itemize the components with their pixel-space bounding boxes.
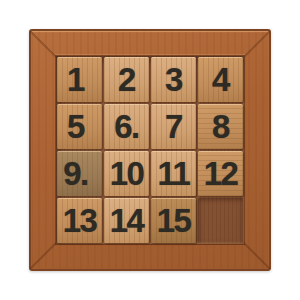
- tile-1-label: 1: [67, 61, 84, 99]
- tile-10[interactable]: 10: [104, 151, 149, 196]
- tile-9[interactable]: 9.: [57, 151, 102, 196]
- frame-miter-seam: [29, 30, 59, 60]
- tile-1[interactable]: 1: [57, 57, 102, 102]
- board-recess: 1 2 3 4 5 6. 7 8 9. 10 11 12 13 14 15: [56, 56, 244, 244]
- tile-2[interactable]: 2: [104, 57, 149, 102]
- tile-8-label: 8: [212, 108, 229, 146]
- tile-grid: 1 2 3 4 5 6. 7 8 9. 10 11 12 13 14 15: [57, 57, 243, 243]
- tile-10-label: 10: [110, 155, 144, 193]
- tile-6[interactable]: 6.: [104, 104, 149, 149]
- tile-12-label: 12: [204, 155, 238, 193]
- tile-8[interactable]: 8: [198, 104, 243, 149]
- tile-12[interactable]: 12: [198, 151, 243, 196]
- tile-11[interactable]: 11: [151, 151, 196, 196]
- tile-15[interactable]: 15: [151, 198, 196, 243]
- tile-13-label: 13: [63, 202, 97, 240]
- frame-miter-seam: [29, 240, 59, 270]
- tile-4[interactable]: 4: [198, 57, 243, 102]
- frame-miter-seam: [241, 30, 271, 60]
- tile-2-label: 2: [118, 61, 135, 99]
- puzzle-board: 1 2 3 4 5 6. 7 8 9. 10 11 12 13 14 15: [29, 29, 271, 271]
- tile-7[interactable]: 7: [151, 104, 196, 149]
- tile-4-label: 4: [212, 61, 229, 99]
- tile-3-label: 3: [165, 61, 182, 99]
- tile-11-label: 11: [158, 155, 190, 193]
- tile-9-label: 9.: [63, 155, 88, 193]
- empty-slot: [198, 198, 243, 243]
- tile-3[interactable]: 3: [151, 57, 196, 102]
- tile-6-label: 6.: [114, 108, 139, 146]
- tile-14[interactable]: 14: [104, 198, 149, 243]
- photo-background: { "game": "fifteen-puzzle (15 sliding-ti…: [0, 0, 300, 300]
- tile-13[interactable]: 13: [57, 198, 102, 243]
- frame-miter-seam: [241, 240, 271, 270]
- tile-15-label: 15: [157, 202, 191, 240]
- tile-7-label: 7: [165, 108, 182, 146]
- tile-14-label: 14: [110, 202, 144, 240]
- tile-5[interactable]: 5: [57, 104, 102, 149]
- tile-5-label: 5: [67, 108, 84, 146]
